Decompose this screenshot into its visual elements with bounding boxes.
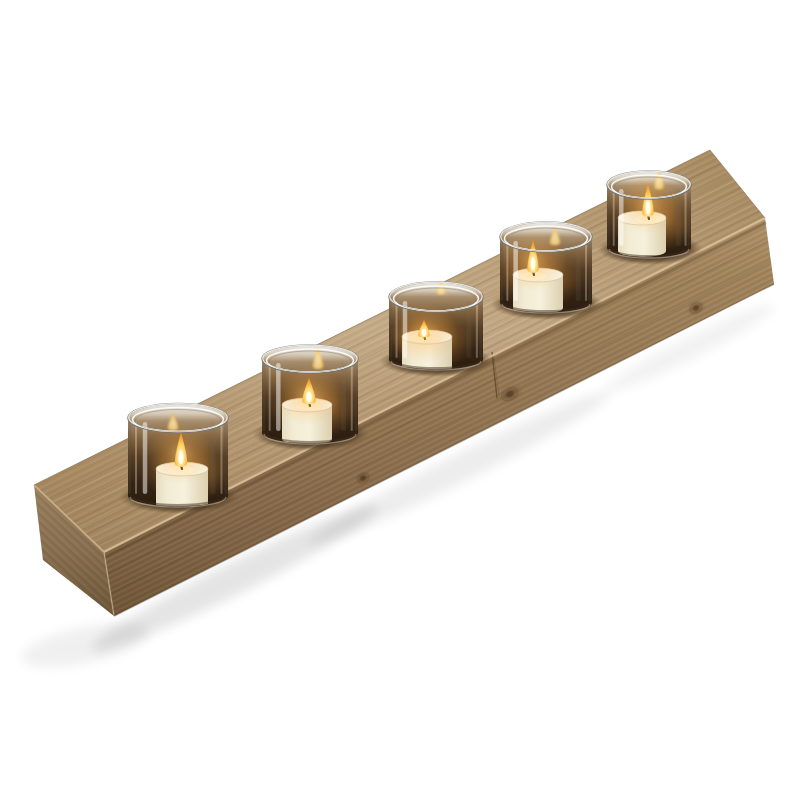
votive-1 [118,404,240,515]
photo-canvas [0,0,800,800]
votive-4 [490,222,604,320]
votive-2 [252,345,370,451]
votive-5 [597,170,703,265]
product-photo [0,0,800,800]
votive-3 [379,281,495,377]
